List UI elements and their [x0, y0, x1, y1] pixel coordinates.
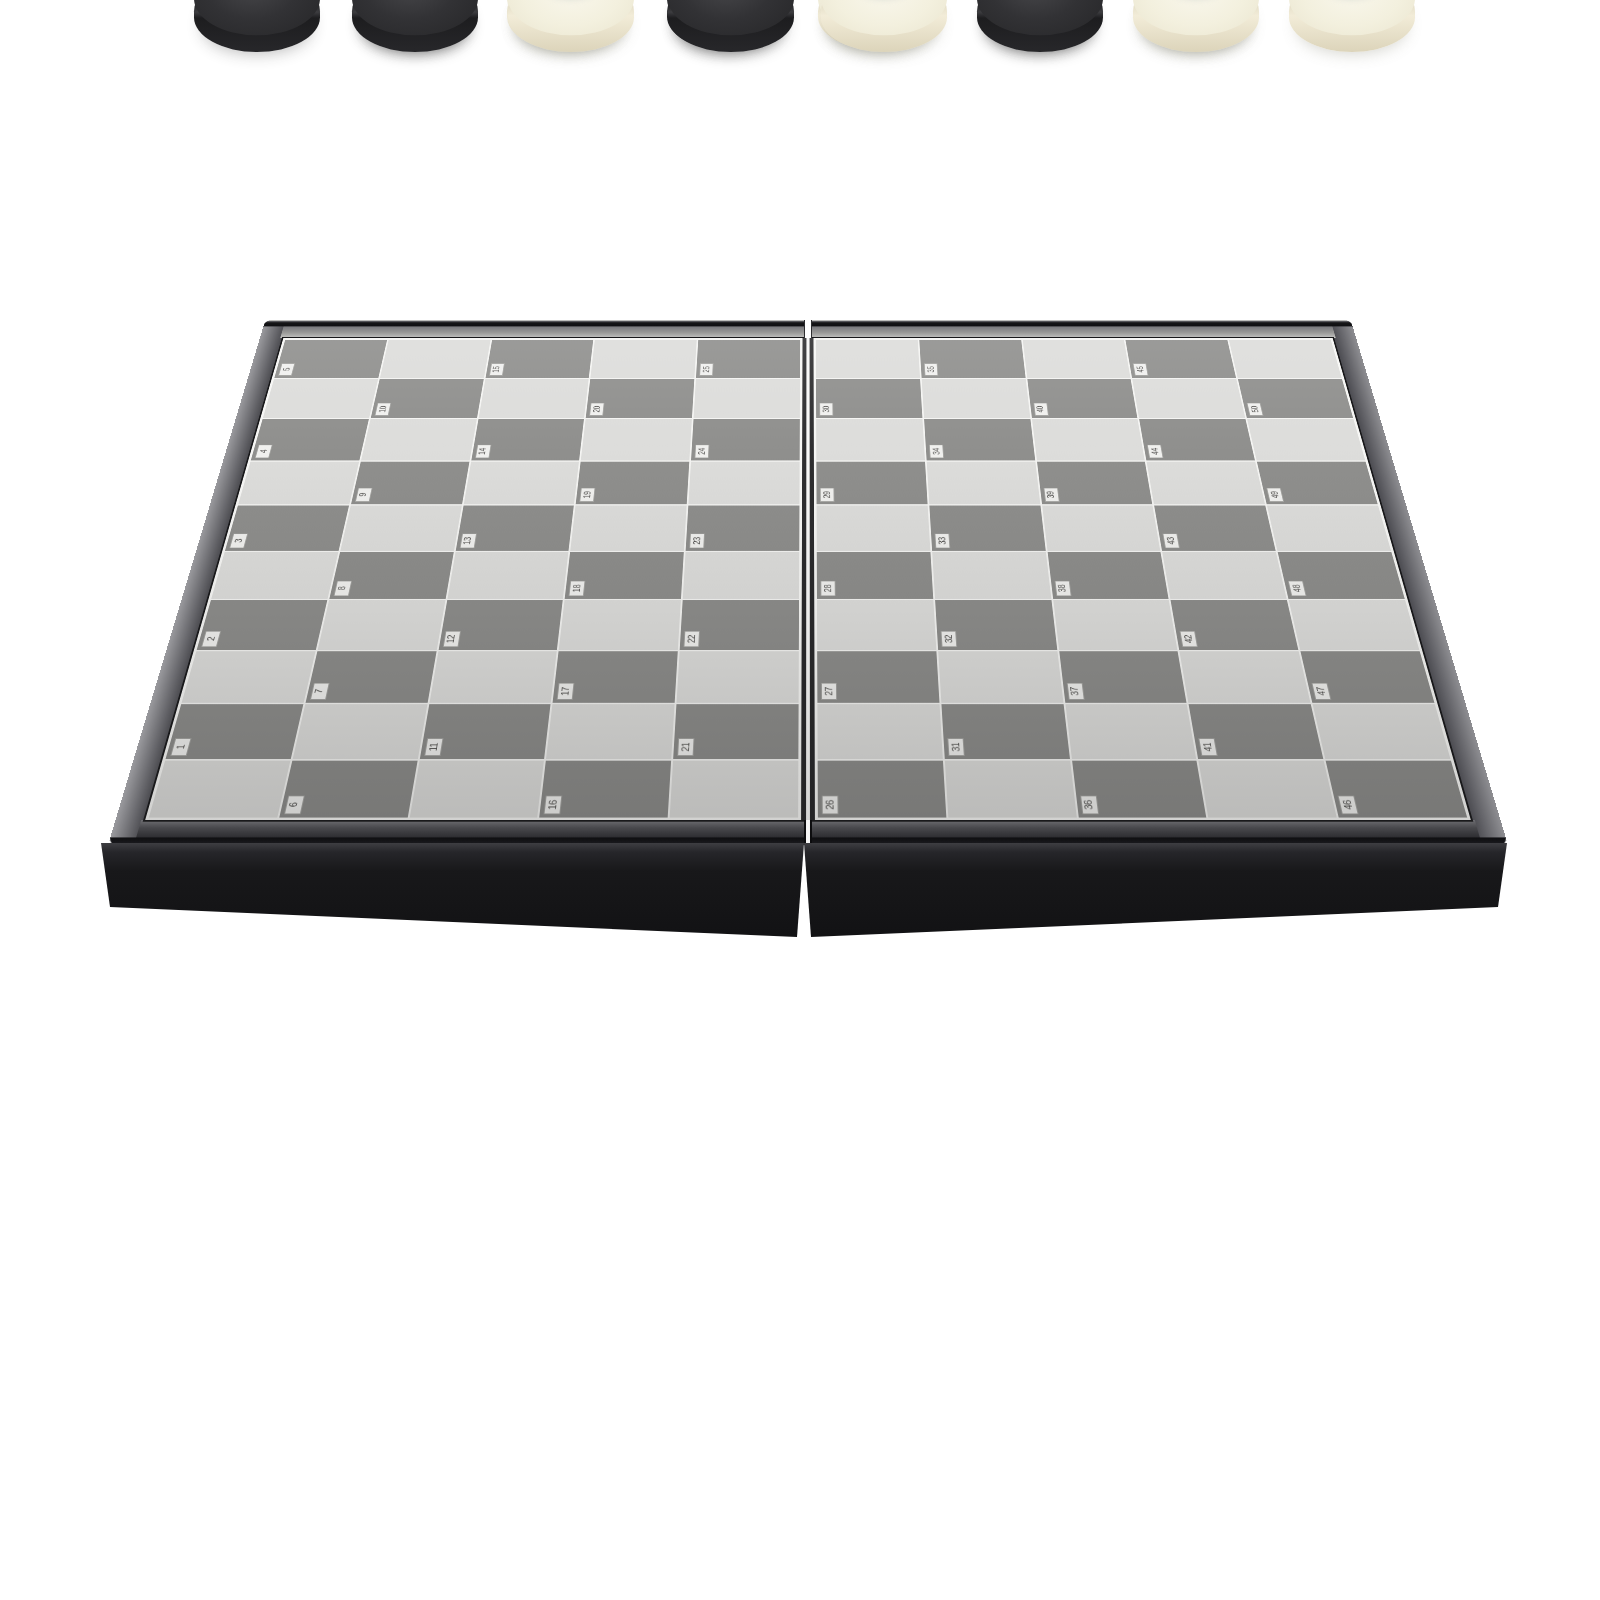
square-number-box: 11 [424, 738, 443, 756]
square-number-label: 2 [206, 637, 217, 641]
square-light [1032, 419, 1145, 460]
square-dark-47[interactable]: 47 [1301, 651, 1435, 703]
square-light [1163, 552, 1287, 599]
square-light [293, 704, 427, 758]
square-number-box: 5 [278, 363, 295, 375]
square-number-box: 22 [684, 631, 700, 647]
square-number-box: 14 [475, 444, 491, 457]
square-dark-34[interactable]: 34 [924, 419, 1035, 460]
square-number-box: 23 [689, 533, 705, 548]
square-number-box: 13 [459, 533, 476, 548]
square-light [546, 704, 674, 758]
square-light [211, 552, 338, 599]
hinge-gap-top [804, 320, 812, 338]
square-dark-50[interactable]: 50 [1238, 379, 1353, 418]
square-dark-23[interactable]: 23 [686, 506, 800, 551]
checker-white[interactable] [508, 0, 634, 52]
square-number-box: 45 [1133, 363, 1149, 375]
square-number-box: 7 [310, 683, 330, 700]
square-number-label: 23 [692, 537, 702, 544]
checker-white[interactable] [821, 0, 947, 52]
square-dark-26[interactable]: 26 [818, 760, 947, 817]
square-dark-36[interactable]: 36 [1072, 760, 1207, 817]
square-light [1289, 600, 1419, 649]
square-number-box: 46 [1338, 796, 1359, 815]
square-number-label: 42 [1183, 635, 1194, 643]
square-number-label: 25 [702, 366, 711, 372]
square-number-box: 42 [1180, 631, 1198, 647]
square-light [1229, 340, 1342, 378]
square-number-label: 40 [1036, 406, 1046, 412]
square-number-box: 9 [355, 488, 373, 502]
board-surface: 5152510204142491931323818212227171112161… [145, 338, 1471, 820]
square-number-box: 24 [695, 444, 710, 457]
square-dark-9[interactable]: 9 [351, 461, 469, 504]
square-number-label: 33 [937, 537, 947, 544]
square-number-box: 10 [374, 403, 391, 416]
square-number-box: 3 [229, 533, 248, 548]
square-number-box: 38 [1054, 581, 1071, 596]
square-number-label: 11 [428, 743, 440, 751]
square-dark-3[interactable]: 3 [225, 506, 349, 551]
square-number-box: 36 [1080, 796, 1099, 815]
square-dark-13[interactable]: 13 [455, 506, 574, 551]
square-light [149, 760, 290, 817]
square-number-label: 7 [314, 689, 325, 693]
square-number-label: 5 [282, 368, 292, 371]
square-dark-1[interactable]: 1 [166, 704, 304, 758]
square-number-label: 45 [1136, 366, 1146, 372]
checker-white[interactable] [1133, 0, 1259, 52]
square-number-label: 49 [1270, 491, 1281, 498]
square-number-label: 48 [1292, 585, 1304, 593]
square-number-box: 49 [1266, 488, 1284, 502]
square-number-box: 50 [1247, 403, 1264, 416]
checker-center-dimple [1326, 0, 1379, 2]
square-number-box: 31 [947, 738, 964, 756]
square-dark-35[interactable]: 35 [919, 340, 1025, 378]
square-number-label: 31 [950, 742, 961, 751]
square-number-label: 29 [822, 491, 831, 498]
square-light [1313, 704, 1451, 758]
square-light [816, 419, 925, 460]
square-number-box: 6 [284, 796, 305, 815]
square-light [694, 379, 800, 418]
square-number-box: 4 [255, 444, 273, 457]
square-number-label: 28 [823, 585, 833, 593]
square-dark-33[interactable]: 33 [929, 506, 1045, 551]
square-number-label: 35 [926, 366, 935, 372]
square-dark-14[interactable]: 14 [471, 419, 584, 460]
square-number-label: 32 [943, 635, 954, 643]
checker-black[interactable] [352, 0, 478, 52]
square-light [1147, 461, 1265, 504]
square-number-label: 8 [337, 587, 348, 591]
square-number-label: 21 [681, 742, 692, 751]
square-light [1180, 651, 1311, 703]
square-number-label: 34 [932, 448, 942, 455]
square-light [677, 651, 799, 703]
square-light [340, 506, 461, 551]
square-dark-2[interactable]: 2 [197, 600, 327, 649]
square-number-box: 27 [821, 683, 837, 700]
square-number-label: 44 [1150, 448, 1160, 455]
square-dark-15[interactable]: 15 [485, 340, 593, 378]
square-light [361, 419, 477, 460]
checker-center-dimple [858, 0, 911, 2]
square-light [581, 419, 692, 460]
square-light [380, 340, 490, 378]
square-number-label: 26 [825, 800, 836, 809]
square-number-label: 36 [1083, 800, 1095, 809]
square-dark-46[interactable]: 46 [1326, 760, 1467, 817]
square-light [921, 379, 1029, 418]
square-number-label: 27 [824, 687, 834, 695]
square-number-box: 18 [569, 581, 586, 596]
square-light [1247, 419, 1365, 460]
square-dark-24[interactable]: 24 [691, 419, 800, 460]
square-dark-18[interactable]: 18 [565, 552, 684, 599]
square-light [1065, 704, 1196, 758]
square-number-label: 38 [1057, 585, 1068, 593]
square-dark-8[interactable]: 8 [329, 552, 453, 599]
square-dark-30[interactable]: 30 [816, 379, 922, 418]
square-number-label: 41 [1202, 742, 1214, 751]
square-number-box: 48 [1288, 581, 1307, 596]
checker-center-dimple [1170, 0, 1223, 2]
square-dark-27[interactable]: 27 [817, 651, 939, 703]
square-number-box: 28 [820, 581, 835, 596]
square-dark-42[interactable]: 42 [1171, 600, 1299, 649]
square-number-label: 50 [1250, 406, 1260, 412]
square-number-label: 19 [583, 491, 593, 498]
square-light [683, 552, 799, 599]
square-number-label: 4 [259, 449, 269, 452]
square-dark-40[interactable]: 40 [1027, 379, 1138, 418]
square-number-box: 2 [201, 631, 221, 647]
square-number-box: 41 [1199, 738, 1218, 756]
square-dark-41[interactable]: 41 [1189, 704, 1323, 758]
square-dark-7[interactable]: 7 [305, 651, 436, 703]
square-number-label: 6 [288, 803, 300, 808]
draughts-board-3d: 5152510204142491931323818212227171112161… [108, 320, 1508, 845]
square-number-box: 15 [489, 363, 505, 375]
square-dark-38[interactable]: 38 [1047, 552, 1169, 599]
product-photo-scene: 5152510204142491931323818212227171112161… [0, 0, 1600, 1600]
square-light [182, 651, 316, 703]
square-number-box: 1 [170, 738, 191, 756]
square-light [816, 340, 920, 378]
square-number-label: 17 [560, 687, 571, 695]
square-light [689, 461, 800, 504]
square-light [1042, 506, 1161, 551]
square-number-label: 47 [1315, 687, 1327, 695]
square-number-label: 15 [492, 366, 502, 372]
checker-center-dimple [545, 0, 598, 2]
square-number-box: 21 [677, 738, 694, 756]
square-number-box: 47 [1312, 683, 1332, 700]
checker-black[interactable] [194, 0, 320, 52]
square-light [318, 600, 446, 649]
square-number-box: 35 [924, 363, 938, 375]
square-dark-37[interactable]: 37 [1059, 651, 1187, 703]
square-number-box: 17 [557, 683, 575, 700]
checker-black[interactable] [977, 0, 1103, 52]
square-number-label: 16 [547, 800, 559, 809]
square-number-label: 39 [1046, 491, 1056, 498]
square-number-box: 26 [822, 796, 839, 815]
square-number-box: 30 [819, 403, 833, 416]
square-dark-28[interactable]: 28 [817, 552, 933, 599]
square-light [238, 461, 359, 504]
square-number-box: 37 [1066, 683, 1084, 700]
checker-white[interactable] [1289, 0, 1415, 52]
square-light [591, 340, 697, 378]
square-number-box: 34 [929, 444, 944, 457]
square-light [571, 506, 687, 551]
square-light [559, 600, 681, 649]
square-number-label: 18 [572, 585, 583, 593]
square-number-box: 33 [934, 533, 950, 548]
hinge-gap-bottom [804, 820, 812, 845]
square-dark-32[interactable]: 32 [935, 600, 1057, 649]
square-light [1022, 340, 1130, 378]
square-light [817, 704, 942, 758]
square-number-box: 12 [442, 631, 460, 647]
square-light [1199, 760, 1337, 817]
square-dark-11[interactable]: 11 [419, 704, 550, 758]
square-dark-48[interactable]: 48 [1278, 552, 1405, 599]
square-number-label: 24 [697, 448, 707, 455]
square-light [938, 651, 1063, 703]
square-dark-22[interactable]: 22 [680, 600, 799, 649]
square-light [409, 760, 544, 817]
square-light [927, 461, 1040, 504]
square-light [670, 760, 799, 817]
square-number-box: 8 [333, 581, 352, 596]
square-number-box: 32 [940, 631, 957, 647]
square-number-label: 3 [233, 539, 244, 543]
square-number-box: 40 [1033, 403, 1048, 416]
square-dark-43[interactable]: 43 [1154, 506, 1275, 551]
square-number-label: 10 [378, 406, 388, 412]
square-number-box: 39 [1043, 488, 1059, 502]
square-light [817, 506, 931, 551]
square-dark-16[interactable]: 16 [540, 760, 672, 817]
square-dark-31[interactable]: 31 [941, 704, 1069, 758]
square-number-label: 43 [1166, 537, 1177, 544]
square-light [1053, 600, 1178, 649]
square-dark-20[interactable]: 20 [586, 379, 694, 418]
square-number-box: 20 [590, 403, 605, 416]
square-dark-49[interactable]: 49 [1257, 461, 1378, 504]
square-light [1267, 506, 1391, 551]
square-number-box: 19 [580, 488, 596, 502]
square-dark-21[interactable]: 21 [673, 704, 798, 758]
square-number-label: 22 [687, 635, 697, 643]
square-light [429, 651, 557, 703]
square-dark-19[interactable]: 19 [576, 461, 689, 504]
square-number-label: 46 [1342, 800, 1355, 809]
square-dark-44[interactable]: 44 [1139, 419, 1255, 460]
square-light [1132, 379, 1245, 418]
square-light [263, 379, 378, 418]
square-dark-5[interactable]: 5 [274, 340, 386, 378]
square-dark-25[interactable]: 25 [696, 340, 800, 378]
square-number-label: 12 [446, 635, 457, 643]
square-light [478, 379, 589, 418]
square-number-label: 1 [175, 744, 187, 748]
square-dark-4[interactable]: 4 [251, 419, 369, 460]
square-number-box: 25 [699, 363, 713, 375]
square-dark-29[interactable]: 29 [816, 461, 927, 504]
square-light [932, 552, 1051, 599]
square-number-label: 37 [1070, 687, 1081, 695]
square-number-box: 43 [1163, 533, 1180, 548]
square-number-label: 30 [822, 406, 831, 412]
square-light [945, 760, 1077, 817]
checker-black[interactable] [668, 0, 794, 52]
square-number-box: 44 [1147, 444, 1164, 457]
square-number-label: 20 [592, 406, 602, 412]
square-dark-45[interactable]: 45 [1126, 340, 1236, 378]
square-dark-6[interactable]: 6 [279, 760, 417, 817]
square-dark-39[interactable]: 39 [1037, 461, 1153, 504]
square-light [463, 461, 579, 504]
square-light [447, 552, 569, 599]
case-front-left-half [96, 843, 804, 937]
case-front-right-half [804, 843, 1512, 937]
square-light [817, 600, 936, 649]
square-number-box: 16 [544, 796, 563, 815]
square-number-label: 14 [478, 448, 488, 455]
square-number-label: 9 [359, 493, 369, 496]
square-dark-10[interactable]: 10 [371, 379, 484, 418]
square-number-box: 29 [820, 488, 835, 502]
square-number-label: 13 [463, 537, 474, 544]
square-dark-12[interactable]: 12 [438, 600, 563, 649]
square-dark-17[interactable]: 17 [553, 651, 678, 703]
